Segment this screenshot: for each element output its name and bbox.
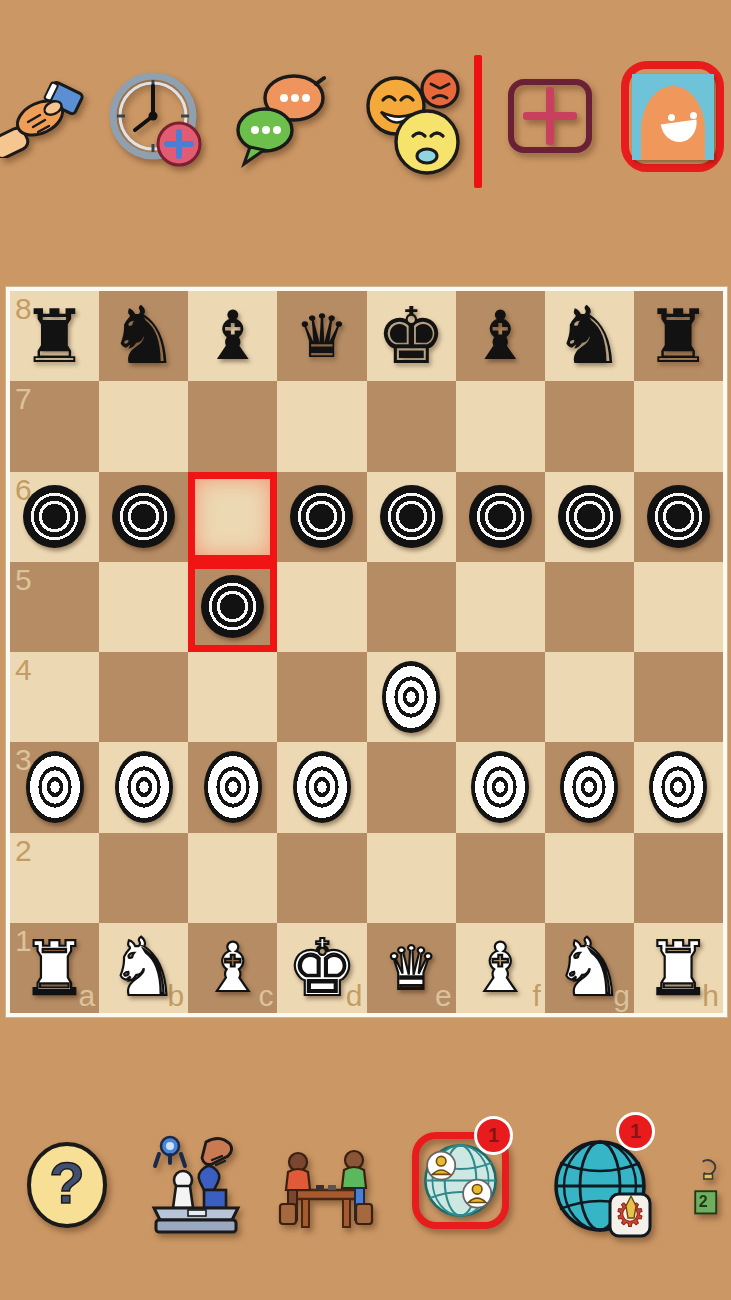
play-vs-computer-button[interactable] — [146, 1132, 246, 1240]
square-e4[interactable] — [367, 652, 456, 742]
square-b2[interactable] — [99, 833, 188, 923]
piece-white-knight[interactable]: ♞ — [553, 928, 625, 1008]
square-h3[interactable] — [634, 742, 723, 832]
piece-black-bishop[interactable]: ♝ — [202, 302, 263, 370]
piece-white-pawn[interactable] — [382, 661, 440, 733]
piece-white-pawn[interactable] — [471, 751, 529, 823]
piece-black-pawn[interactable] — [469, 485, 532, 548]
square-g2[interactable] — [545, 833, 634, 923]
square-c2[interactable] — [188, 833, 277, 923]
square-h5[interactable] — [634, 562, 723, 652]
square-c4[interactable] — [188, 652, 277, 742]
piece-black-pawn[interactable] — [558, 485, 621, 548]
square-b1[interactable]: b♞ — [99, 923, 188, 1013]
square-c5[interactable] — [188, 562, 277, 652]
question-mark-icon: ? — [26, 1141, 108, 1229]
podium-rank-label: 2 — [699, 1192, 708, 1210]
rank-label-5: 5 — [15, 565, 32, 595]
square-a3[interactable]: 3 — [10, 742, 99, 832]
piece-black-pawn[interactable] — [112, 485, 175, 548]
emoji-faces-icon — [363, 62, 465, 182]
square-a7[interactable]: 7 — [10, 381, 99, 471]
square-e3[interactable] — [367, 742, 456, 832]
rank-label-7: 7 — [15, 384, 32, 414]
square-g7[interactable] — [545, 381, 634, 471]
play-internet-button[interactable]: ⚙ — [552, 1136, 656, 1240]
piece-black-bishop[interactable]: ♝ — [470, 302, 531, 370]
square-a6[interactable]: 6 — [10, 472, 99, 562]
square-b5[interactable] — [99, 562, 188, 652]
rank-label-4: 4 — [15, 655, 32, 685]
two-players-table-icon — [276, 1146, 376, 1238]
rank-label-2: 2 — [15, 836, 32, 866]
piece-white-rook[interactable]: ♜ — [645, 931, 711, 1005]
board: 8♜♞♝♛♚♝♞♜7654321a♜b♞c♝d♚e♛f♝g♞h♜ — [6, 287, 727, 1017]
podium-icon: 2 — [694, 1140, 731, 1240]
piece-black-queen[interactable]: ♛ — [295, 306, 349, 366]
profile-avatar-button[interactable] — [621, 61, 724, 172]
piece-white-pawn[interactable] — [115, 751, 173, 823]
online-friends-badge: 1 — [474, 1116, 513, 1155]
piece-white-pawn[interactable] — [26, 751, 84, 823]
plus-square-icon — [523, 93, 577, 139]
piece-white-queen[interactable]: ♛ — [384, 938, 438, 998]
new-game-button[interactable] — [508, 79, 592, 153]
square-g6[interactable] — [545, 472, 634, 562]
square-b3[interactable] — [99, 742, 188, 832]
square-a8[interactable]: 8♜ — [10, 291, 99, 381]
square-h8[interactable]: ♜ — [634, 291, 723, 381]
leaderboard-button[interactable]: 2 — [694, 1140, 731, 1240]
square-h6[interactable] — [634, 472, 723, 562]
piece-white-pawn[interactable] — [649, 751, 707, 823]
chat-bubbles-icon — [232, 70, 332, 175]
piece-black-rook[interactable]: ♜ — [21, 299, 87, 373]
square-f2[interactable] — [456, 833, 545, 923]
square-e1[interactable]: e♛ — [367, 923, 456, 1013]
piece-white-knight[interactable]: ♞ — [108, 928, 180, 1008]
piece-black-pawn[interactable] — [380, 485, 443, 548]
piece-black-knight[interactable]: ♞ — [553, 296, 625, 376]
toolbar-divider — [474, 55, 482, 188]
square-b7[interactable] — [99, 381, 188, 471]
piece-white-rook[interactable]: ♜ — [21, 931, 87, 1005]
help-button[interactable]: ? — [26, 1141, 108, 1229]
square-e5[interactable] — [367, 562, 456, 652]
square-c1[interactable]: c♝ — [188, 923, 277, 1013]
square-e2[interactable] — [367, 833, 456, 923]
offer-draw-button[interactable] — [0, 76, 84, 158]
piece-black-king[interactable]: ♚ — [376, 297, 446, 375]
square-d6[interactable] — [277, 472, 366, 562]
square-h1[interactable]: h♜ — [634, 923, 723, 1013]
piece-black-pawn[interactable] — [647, 485, 710, 548]
handshake-icon — [0, 76, 84, 158]
square-b4[interactable] — [99, 652, 188, 742]
square-d3[interactable] — [277, 742, 366, 832]
piece-white-pawn[interactable] — [204, 751, 262, 823]
square-f4[interactable] — [456, 652, 545, 742]
square-a5[interactable]: 5 — [10, 562, 99, 652]
square-c6[interactable] — [188, 472, 277, 562]
square-g3[interactable] — [545, 742, 634, 832]
piece-white-bishop[interactable]: ♝ — [470, 934, 531, 1002]
square-d7[interactable] — [277, 381, 366, 471]
piece-white-bishop[interactable]: ♝ — [202, 934, 263, 1002]
square-f5[interactable] — [456, 562, 545, 652]
piece-white-pawn[interactable] — [293, 751, 351, 823]
chess-hand-icon — [146, 1132, 246, 1240]
square-d8[interactable]: ♛ — [277, 291, 366, 381]
emotes-button[interactable] — [363, 62, 465, 182]
play-local-button[interactable] — [276, 1146, 376, 1238]
square-a1[interactable]: 1a♜ — [10, 923, 99, 1013]
piece-black-rook[interactable]: ♜ — [645, 299, 711, 373]
square-b6[interactable] — [99, 472, 188, 562]
question-glyph: ? — [49, 1150, 84, 1215]
square-f3[interactable] — [456, 742, 545, 832]
clock-plus-icon — [103, 68, 213, 180]
square-e6[interactable] — [367, 472, 456, 562]
square-g5[interactable] — [545, 562, 634, 652]
internet-badge: 1 — [616, 1112, 655, 1151]
square-c7[interactable] — [188, 381, 277, 471]
square-d2[interactable] — [277, 833, 366, 923]
piece-white-king[interactable]: ♚ — [287, 929, 357, 1007]
square-e7[interactable] — [367, 381, 456, 471]
square-g4[interactable] — [545, 652, 634, 742]
piece-black-pawn[interactable] — [290, 485, 353, 548]
chat-button[interactable] — [232, 70, 332, 175]
square-h7[interactable] — [634, 381, 723, 471]
square-d1[interactable]: d♚ — [277, 923, 366, 1013]
add-time-button[interactable] — [103, 68, 213, 180]
square-f7[interactable] — [456, 381, 545, 471]
square-h4[interactable] — [634, 652, 723, 742]
square-f8[interactable]: ♝ — [456, 291, 545, 381]
square-e8[interactable]: ♚ — [367, 291, 456, 381]
square-d4[interactable] — [277, 652, 366, 742]
piece-black-pawn[interactable] — [201, 575, 264, 638]
file-label-f: f — [532, 981, 540, 1011]
avatar-icon — [632, 74, 714, 160]
piece-black-pawn[interactable] — [23, 485, 86, 548]
square-d5[interactable] — [277, 562, 366, 652]
square-f6[interactable] — [456, 472, 545, 562]
globe-gear-icon: ⚙ — [552, 1136, 656, 1240]
square-a4[interactable]: 4 — [10, 652, 99, 742]
square-g1[interactable]: g♞ — [545, 923, 634, 1013]
square-g8[interactable]: ♞ — [545, 291, 634, 381]
square-h2[interactable] — [634, 833, 723, 923]
piece-black-knight[interactable]: ♞ — [108, 296, 180, 376]
square-c3[interactable] — [188, 742, 277, 832]
square-b8[interactable]: ♞ — [99, 291, 188, 381]
piece-white-pawn[interactable] — [560, 751, 618, 823]
square-a2[interactable]: 2 — [10, 833, 99, 923]
square-f1[interactable]: f♝ — [456, 923, 545, 1013]
square-c8[interactable]: ♝ — [188, 291, 277, 381]
